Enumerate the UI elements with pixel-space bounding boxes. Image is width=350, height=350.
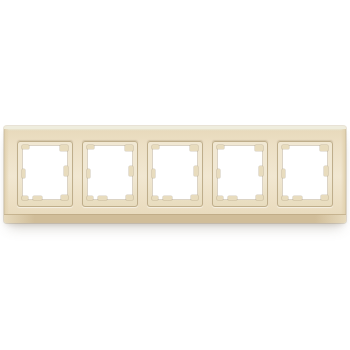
claw-notch-left [282, 169, 285, 178]
claw-notch-bottom [98, 196, 107, 200]
claw-notch-top-left [217, 145, 224, 149]
claw-notch-bottom [163, 196, 172, 200]
frame-bottom-edge [4, 214, 346, 223]
frame-top-highlight [4, 126, 346, 131]
claw-notch-bottom-left [282, 196, 288, 200]
claw-notch-bottom-right [321, 195, 328, 200]
claw-notch-bottom [228, 196, 237, 200]
claw-notch-top-right [125, 145, 133, 151]
claw-notch-bottom-right [126, 195, 133, 200]
frame-opening-5 [277, 141, 333, 207]
claw-notch-top-left [152, 145, 159, 149]
claw-notch-bottom-right [61, 195, 68, 200]
claw-notch-bottom [33, 196, 42, 200]
glass-wall-frame [4, 126, 346, 223]
claw-notch-top-left [87, 145, 94, 149]
frame-openings-row [17, 141, 333, 207]
claw-notch-top-right [190, 145, 198, 151]
opening-window-2 [87, 145, 133, 200]
claw-notch-right [129, 166, 133, 176]
claw-notch-bottom-left [22, 196, 28, 200]
claw-notch-bottom-right [256, 195, 263, 200]
claw-notch-bottom-left [87, 196, 93, 200]
claw-notch-right [259, 166, 263, 176]
frame-right-edge [341, 129, 346, 214]
claw-notch-bottom-left [217, 196, 223, 200]
claw-notch-bottom-left [152, 196, 158, 200]
claw-notch-bottom [293, 196, 302, 200]
claw-notch-top-right [320, 145, 328, 151]
claw-notch-top-left [282, 145, 289, 149]
opening-window-3 [152, 145, 198, 200]
claw-notch-top-left [22, 145, 29, 149]
claw-notch-right [64, 166, 68, 176]
frame-left-edge [4, 129, 9, 214]
frame-opening-4 [212, 141, 268, 207]
claw-notch-top-right [60, 145, 68, 151]
claw-notch-left [22, 169, 25, 178]
claw-notch-right [324, 166, 328, 176]
frame-opening-1 [17, 141, 73, 207]
frame-opening-2 [82, 141, 138, 207]
claw-notch-left [87, 169, 90, 178]
claw-notch-top-right [255, 145, 263, 151]
claw-notch-bottom-right [191, 195, 198, 200]
opening-window-1 [22, 145, 68, 200]
product-photo [0, 0, 350, 350]
claw-notch-right [194, 166, 198, 176]
opening-window-5 [282, 145, 328, 200]
claw-notch-left [152, 169, 155, 178]
claw-notch-left [217, 169, 220, 178]
opening-window-4 [217, 145, 263, 200]
frame-opening-3 [147, 141, 203, 207]
